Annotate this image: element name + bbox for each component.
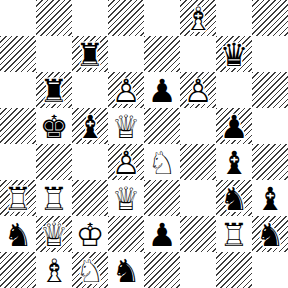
- square-f2[interactable]: [180, 216, 216, 252]
- white-rook-icon: ♖: [36, 180, 72, 216]
- square-a1[interactable]: [0, 252, 36, 288]
- square-f4[interactable]: [180, 144, 216, 180]
- square-b2[interactable]: ♛♕: [36, 216, 72, 252]
- black-bishop-icon: ♝: [72, 108, 108, 144]
- square-c3[interactable]: [72, 180, 108, 216]
- square-g3[interactable]: ♞♞: [216, 180, 252, 216]
- black-knight-d1: ♞♞: [108, 252, 144, 288]
- black-knight-h2: ♞♞: [252, 216, 288, 252]
- black-pawn-icon: ♟: [144, 216, 180, 252]
- white-king-icon: ♔: [72, 216, 108, 252]
- white-rook-icon: ♖: [216, 216, 252, 252]
- square-e1[interactable]: [144, 252, 180, 288]
- square-c1[interactable]: ♞♘: [72, 252, 108, 288]
- white-bishop-f8: ♝♗: [180, 0, 216, 36]
- square-f3[interactable]: [180, 180, 216, 216]
- square-a5[interactable]: [0, 108, 36, 144]
- square-d8[interactable]: [108, 0, 144, 36]
- white-rook-b3: ♜♖: [36, 180, 72, 216]
- square-g7[interactable]: ♛♛: [216, 36, 252, 72]
- square-b4[interactable]: [36, 144, 72, 180]
- square-e8[interactable]: [144, 0, 180, 36]
- square-b7[interactable]: [36, 36, 72, 72]
- white-bishop-icon: ♗: [180, 0, 216, 36]
- black-bishop-icon: ♝: [216, 144, 252, 180]
- square-b5[interactable]: ♚♚: [36, 108, 72, 144]
- square-g2[interactable]: ♜♖: [216, 216, 252, 252]
- white-queen-icon: ♕: [108, 180, 144, 216]
- black-knight-icon: ♞: [0, 216, 36, 252]
- square-b1[interactable]: ♝♗: [36, 252, 72, 288]
- square-c5[interactable]: ♝♝: [72, 108, 108, 144]
- square-g5[interactable]: ♟♟: [216, 108, 252, 144]
- black-pawn-e6: ♟♟: [144, 72, 180, 108]
- square-f7[interactable]: [180, 36, 216, 72]
- white-rook-a3: ♜♖: [0, 180, 36, 216]
- black-bishop-icon: ♝: [252, 180, 288, 216]
- square-c6[interactable]: [72, 72, 108, 108]
- white-knight-c1: ♞♘: [72, 252, 108, 288]
- square-g8[interactable]: [216, 0, 252, 36]
- square-g6[interactable]: [216, 72, 252, 108]
- white-bishop-icon: ♗: [36, 252, 72, 288]
- white-pawn-d4: ♟♙: [108, 144, 144, 180]
- square-d6[interactable]: ♟♙: [108, 72, 144, 108]
- square-f6[interactable]: ♟♙: [180, 72, 216, 108]
- white-pawn-d6: ♟♙: [108, 72, 144, 108]
- square-a7[interactable]: [0, 36, 36, 72]
- square-d2[interactable]: [108, 216, 144, 252]
- black-bishop-g4: ♝♝: [216, 144, 252, 180]
- black-bishop-h3: ♝♝: [252, 180, 288, 216]
- white-rook-icon: ♖: [0, 180, 36, 216]
- white-king-c2: ♚♔: [72, 216, 108, 252]
- square-h5[interactable]: [252, 108, 288, 144]
- square-a4[interactable]: [0, 144, 36, 180]
- square-g1[interactable]: [216, 252, 252, 288]
- square-a6[interactable]: [0, 72, 36, 108]
- square-e4[interactable]: ♞♘: [144, 144, 180, 180]
- black-queen-g7: ♛♛: [216, 36, 252, 72]
- black-knight-g3: ♞♞: [216, 180, 252, 216]
- black-queen-icon: ♛: [216, 36, 252, 72]
- square-h3[interactable]: ♝♝: [252, 180, 288, 216]
- square-e6[interactable]: ♟♟: [144, 72, 180, 108]
- white-queen-d3: ♛♕: [108, 180, 144, 216]
- black-king-icon: ♚: [36, 108, 72, 144]
- black-rook-c7: ♜♜: [72, 36, 108, 72]
- black-knight-icon: ♞: [216, 180, 252, 216]
- white-knight-e4: ♞♘: [144, 144, 180, 180]
- square-e2[interactable]: ♟♟: [144, 216, 180, 252]
- black-pawn-icon: ♟: [144, 72, 180, 108]
- square-f8[interactable]: ♝♗: [180, 0, 216, 36]
- black-pawn-e2: ♟♟: [144, 216, 180, 252]
- white-bishop-b1: ♝♗: [36, 252, 72, 288]
- square-d4[interactable]: ♟♙: [108, 144, 144, 180]
- square-a3[interactable]: ♜♖: [0, 180, 36, 216]
- square-e5[interactable]: [144, 108, 180, 144]
- square-a8[interactable]: [0, 0, 36, 36]
- square-b3[interactable]: ♜♖: [36, 180, 72, 216]
- square-h7[interactable]: [252, 36, 288, 72]
- square-a2[interactable]: ♞♞: [0, 216, 36, 252]
- white-pawn-f6: ♟♙: [180, 72, 216, 108]
- square-h8[interactable]: [252, 0, 288, 36]
- square-c2[interactable]: ♚♔: [72, 216, 108, 252]
- white-knight-icon: ♘: [72, 252, 108, 288]
- square-b8[interactable]: [36, 0, 72, 36]
- square-c4[interactable]: [72, 144, 108, 180]
- square-f5[interactable]: [180, 108, 216, 144]
- black-rook-b6: ♜♜: [36, 72, 72, 108]
- black-knight-icon: ♞: [252, 216, 288, 252]
- square-d3[interactable]: ♛♕: [108, 180, 144, 216]
- square-h1[interactable]: [252, 252, 288, 288]
- black-bishop-c5: ♝♝: [72, 108, 108, 144]
- white-queen-d5: ♛♕: [108, 108, 144, 144]
- black-pawn-icon: ♟: [216, 108, 252, 144]
- white-knight-icon: ♘: [144, 144, 180, 180]
- black-pawn-g5: ♟♟: [216, 108, 252, 144]
- square-e7[interactable]: [144, 36, 180, 72]
- white-queen-b2: ♛♕: [36, 216, 72, 252]
- square-h2[interactable]: ♞♞: [252, 216, 288, 252]
- white-queen-icon: ♕: [36, 216, 72, 252]
- square-c8[interactable]: [72, 0, 108, 36]
- square-d1[interactable]: ♞♞: [108, 252, 144, 288]
- chess-board: ♝♗♜♜♛♛♜♜♟♙♟♟♟♙♚♚♝♝♛♕♟♟♟♙♞♘♝♝♜♖♜♖♛♕♞♞♝♝♞♞…: [0, 0, 288, 288]
- black-rook-icon: ♜: [36, 72, 72, 108]
- black-rook-icon: ♜: [72, 36, 108, 72]
- black-king-b5: ♚♚: [36, 108, 72, 144]
- square-d7[interactable]: [108, 36, 144, 72]
- white-pawn-icon: ♙: [108, 144, 144, 180]
- square-c7[interactable]: ♜♜: [72, 36, 108, 72]
- square-e3[interactable]: [144, 180, 180, 216]
- square-h6[interactable]: [252, 72, 288, 108]
- white-rook-g2: ♜♖: [216, 216, 252, 252]
- square-f1[interactable]: [180, 252, 216, 288]
- black-knight-icon: ♞: [108, 252, 144, 288]
- square-d5[interactable]: ♛♕: [108, 108, 144, 144]
- square-g4[interactable]: ♝♝: [216, 144, 252, 180]
- white-pawn-icon: ♙: [108, 72, 144, 108]
- square-b6[interactable]: ♜♜: [36, 72, 72, 108]
- square-h4[interactable]: [252, 144, 288, 180]
- white-queen-icon: ♕: [108, 108, 144, 144]
- black-knight-a2: ♞♞: [0, 216, 36, 252]
- white-pawn-icon: ♙: [180, 72, 216, 108]
